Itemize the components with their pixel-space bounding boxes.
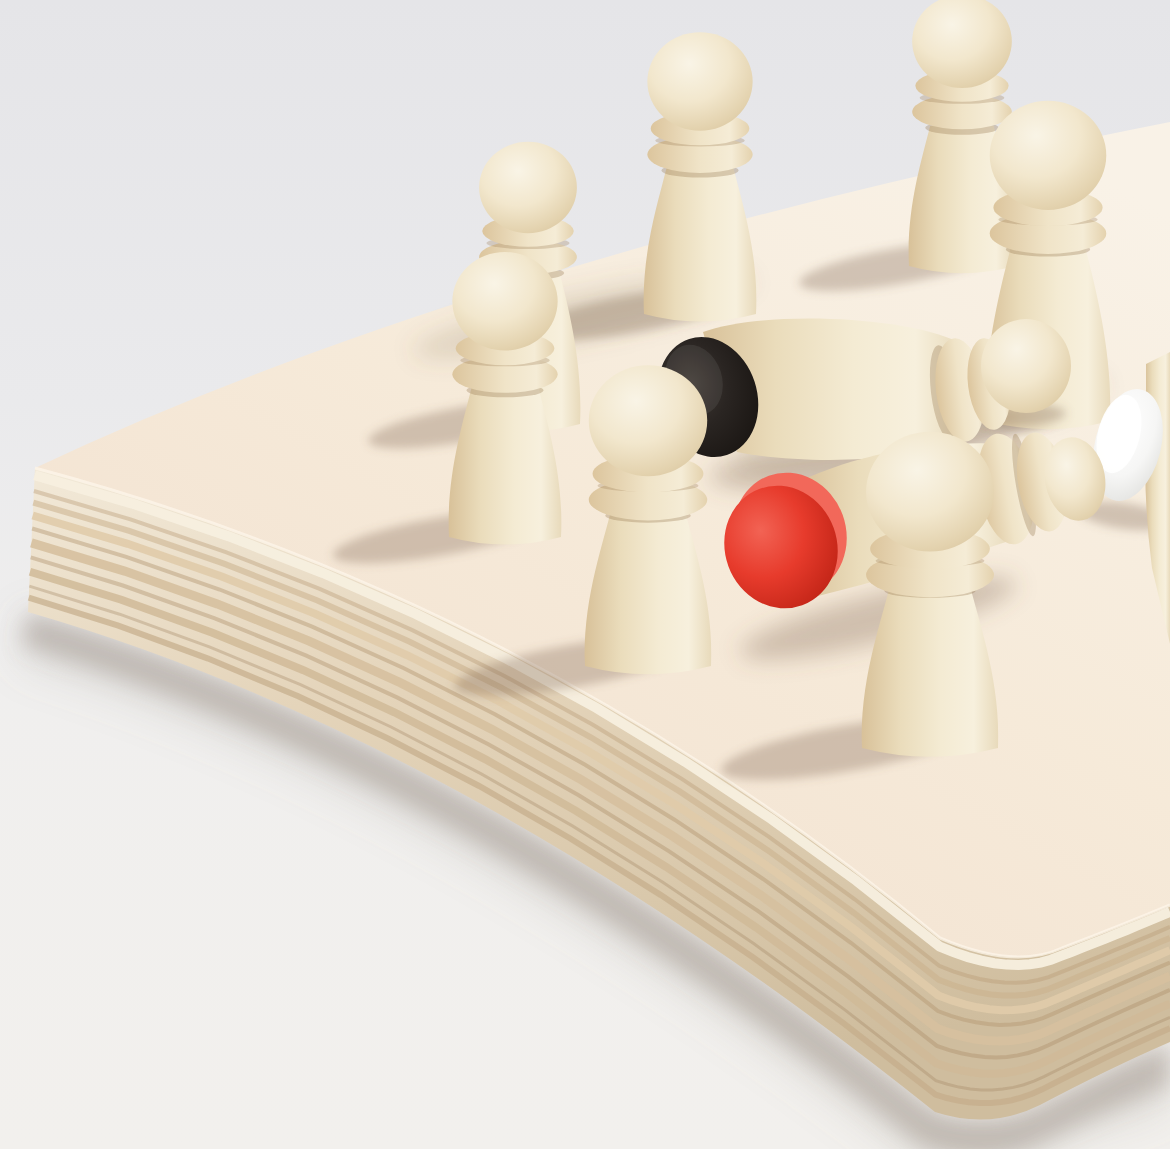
- product-photo-memory-chess: [0, 0, 1170, 1149]
- peg-body: [449, 388, 562, 544]
- peg-part: [866, 432, 994, 552]
- scene-svg: [0, 0, 1170, 1149]
- peg-part: [647, 32, 752, 131]
- peg-body: [644, 169, 757, 322]
- peg-part: [589, 365, 707, 476]
- peg-part: [452, 252, 557, 351]
- peg-part: [479, 142, 577, 234]
- peg-part: [981, 319, 1071, 413]
- peg-part: [990, 101, 1107, 210]
